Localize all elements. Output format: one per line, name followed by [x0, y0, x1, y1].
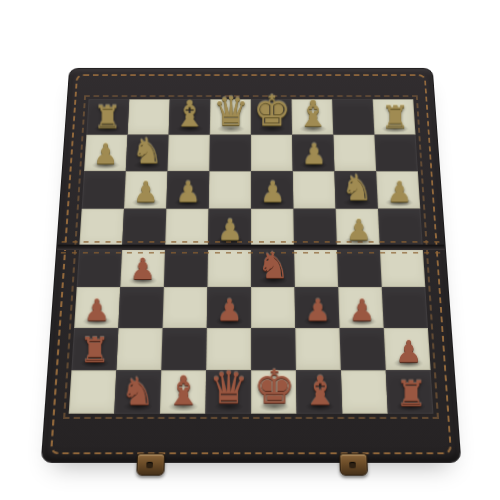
square-f7: ♟ [292, 135, 334, 171]
brass-pawn-f7: ♟ [301, 140, 326, 168]
copper-bishop-c1: ♝ [165, 370, 201, 410]
square-f4 [294, 247, 338, 287]
square-h2: ♟ [384, 328, 431, 370]
square-c6: ♟ [166, 171, 209, 209]
brass-pawn-h6: ♟ [386, 178, 412, 207]
square-e3 [251, 287, 295, 328]
copper-knight-b1: ♞ [120, 373, 154, 411]
playing-surface: ♜♝♛♚♝♜♟♞♟♟♟♟♞♟♟♟♟♞♟♟♟♟♜♟♞♝♛♚♝♜ [69, 99, 434, 414]
square-h1: ♜ [386, 370, 434, 414]
copper-rook-h1: ♜ [395, 376, 426, 411]
square-g4 [337, 247, 382, 287]
square-e6: ♟ [251, 171, 293, 209]
copper-king-e1: ♚ [253, 364, 295, 411]
brass-pawn-b6: ♟ [132, 178, 158, 207]
square-c5 [165, 209, 209, 248]
brass-pawn-d5: ♟ [217, 216, 243, 245]
brass-bishop-c8: ♝ [173, 96, 206, 132]
square-f3: ♟ [295, 287, 340, 328]
brass-rook-h8: ♜ [381, 101, 409, 133]
square-g1 [341, 370, 388, 414]
square-h7 [374, 135, 417, 171]
clasp-right [339, 453, 368, 475]
brass-knight-b7: ♞ [131, 134, 162, 169]
square-a8: ♜ [86, 99, 129, 134]
square-c4 [164, 247, 208, 287]
square-a5 [79, 209, 124, 248]
square-h6: ♟ [376, 171, 420, 209]
square-h8: ♜ [373, 99, 416, 134]
square-c7 [168, 135, 210, 171]
square-b1: ♞ [114, 370, 161, 414]
square-e5 [251, 209, 294, 248]
square-g2 [339, 328, 385, 370]
square-b4: ♟ [120, 247, 165, 287]
square-e8: ♚ [251, 99, 292, 134]
square-d6 [209, 171, 251, 209]
square-c1: ♝ [160, 370, 206, 414]
square-g7 [333, 135, 376, 171]
square-b3 [118, 287, 164, 328]
square-d5: ♟ [208, 209, 251, 248]
copper-pawn-f3: ♟ [304, 295, 331, 325]
square-a4 [77, 247, 122, 287]
brass-bishop-f8: ♝ [296, 96, 329, 132]
square-b5 [122, 209, 166, 248]
copper-pawn-h2: ♟ [394, 337, 421, 367]
square-g3: ♟ [338, 287, 384, 328]
leather-board-case: ♜♝♛♚♝♜♟♞♟♟♟♟♞♟♟♟♟♞♟♟♟♟♜♟♞♝♛♚♝♜ [41, 68, 462, 463]
copper-pawn-g3: ♟ [348, 295, 375, 325]
square-f1: ♝ [296, 370, 342, 414]
square-c3 [163, 287, 208, 328]
copper-pawn-d3: ♟ [216, 295, 243, 325]
square-c8: ♝ [169, 99, 211, 134]
square-d3: ♟ [207, 287, 251, 328]
square-f8: ♝ [292, 99, 334, 134]
square-e7 [251, 135, 293, 171]
square-a2: ♜ [71, 328, 118, 370]
brass-pawn-g5: ♟ [345, 216, 371, 245]
square-e1: ♚ [251, 370, 297, 414]
square-b2 [116, 328, 162, 370]
square-d7 [209, 135, 251, 171]
square-f5 [293, 209, 337, 248]
square-g8 [332, 99, 374, 134]
square-a6 [82, 171, 126, 209]
brass-rook-a8: ♜ [93, 101, 121, 133]
square-h5 [378, 209, 423, 248]
square-b8 [128, 99, 170, 134]
square-h4 [380, 247, 425, 287]
square-f6 [293, 171, 336, 209]
copper-queen-d1: ♛ [208, 366, 248, 410]
brass-queen-d8: ♛ [212, 92, 248, 132]
copper-pawn-b4: ♟ [129, 255, 155, 284]
clasp-left [136, 453, 165, 475]
square-d8: ♛ [210, 99, 251, 134]
copper-rook-a2: ♜ [79, 333, 110, 367]
copper-bishop-f1: ♝ [301, 370, 337, 410]
square-c2 [161, 328, 207, 370]
square-b6: ♟ [124, 171, 168, 209]
square-d4 [207, 247, 251, 287]
brass-pawn-e6: ♟ [259, 178, 285, 207]
square-h3 [382, 287, 428, 328]
square-f2 [295, 328, 341, 370]
copper-knight-e4: ♞ [256, 248, 289, 284]
brass-knight-g6: ♞ [341, 171, 373, 206]
scene: ♜♝♛♚♝♜♟♞♟♟♟♟♞♟♟♟♟♞♟♟♟♟♜♟♞♝♛♚♝♜ [0, 0, 500, 500]
brass-king-e8: ♚ [253, 90, 291, 132]
square-d1: ♛ [205, 370, 251, 414]
square-b7: ♞ [126, 135, 169, 171]
board-grid: ♜♝♛♚♝♜♟♞♟♟♟♟♞♟♟♟♟♞♟♟♟♟♜♟♞♝♛♚♝♜ [69, 99, 434, 414]
copper-pawn-a3: ♟ [83, 295, 110, 325]
square-e4: ♞ [251, 247, 295, 287]
square-g5: ♟ [336, 209, 380, 248]
square-a7: ♟ [84, 135, 127, 171]
square-a1 [69, 370, 117, 414]
brass-pawn-a7: ♟ [92, 140, 117, 168]
square-g6: ♞ [334, 171, 378, 209]
brass-pawn-c6: ♟ [175, 178, 201, 207]
square-a3: ♟ [74, 287, 120, 328]
